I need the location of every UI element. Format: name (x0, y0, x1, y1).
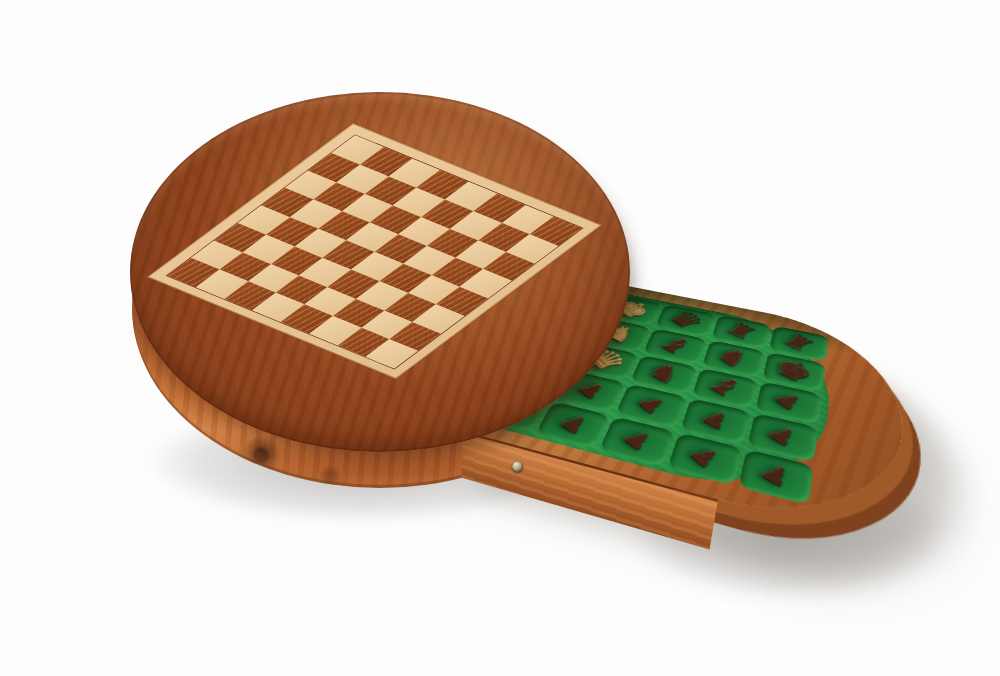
dark-pawn-piece[interactable]: ♟ (617, 425, 659, 455)
dark-knight-piece[interactable]: ♞ (711, 344, 758, 372)
dark-rook-piece[interactable]: ♜ (722, 319, 762, 343)
dark-pawn-piece[interactable]: ♟ (554, 410, 595, 438)
chessboard-squares (166, 134, 584, 369)
dark-pawn-piece[interactable]: ♟ (755, 459, 798, 492)
drawer-pin-icon (512, 461, 523, 472)
dark-pawn-piece[interactable]: ♟ (769, 389, 809, 414)
dark-bishop-piece[interactable]: ♝ (653, 331, 699, 359)
scene-caption: Round wooden magnetic chess set on a whi… (0, 0, 1, 1)
chessboard-inlay (147, 123, 602, 379)
dark-bishop-piece[interactable]: ♝ (700, 371, 750, 403)
chess-set-photo: Round wooden magnetic chess set on a whi… (0, 0, 1000, 676)
round-board-lid[interactable] (130, 92, 630, 452)
dark-pawn-piece[interactable]: ♟ (684, 442, 727, 472)
dark-rook-piece[interactable]: ♜ (778, 330, 820, 355)
dark-pawn-piece[interactable]: ♟ (762, 422, 804, 451)
dark-queen-piece[interactable]: ♛ (663, 307, 710, 333)
dark-pawn-piece[interactable]: ♟ (696, 406, 736, 434)
dark-knight-piece[interactable]: ♞ (641, 359, 687, 389)
dark-pawn-piece[interactable]: ♟ (632, 392, 672, 418)
